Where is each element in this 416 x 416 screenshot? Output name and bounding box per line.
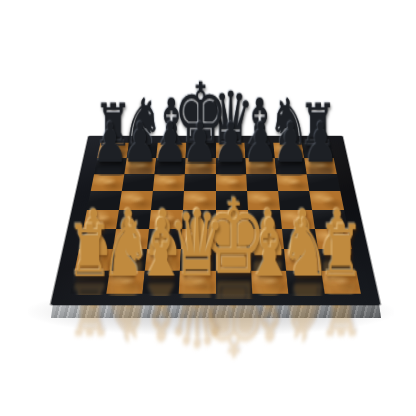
square-g1: ♞ [286, 271, 325, 294]
chess-set-photo: ♜♞♝♚♛♝♞♜♟♟♟♟♟♟♟♟♟♟♟♟♟♟♟♟♜♞♝♛♚♝♞♜ [0, 0, 416, 416]
square-b6 [122, 174, 155, 191]
square-c6 [153, 174, 185, 191]
square-e7: ♟ [216, 158, 246, 174]
square-d1: ♛ [179, 271, 215, 294]
piece-gold-knight: ♞ [280, 213, 331, 285]
square-a6 [91, 174, 125, 191]
chess-board: ♜♞♝♚♛♝♞♜♟♟♟♟♟♟♟♟♟♟♟♟♟♟♟♟♜♞♝♛♚♝♞♜ [51, 136, 381, 305]
square-h7: ♟ [304, 158, 337, 174]
board-squares: ♜♞♝♚♛♝♞♜♟♟♟♟♟♟♟♟♟♟♟♟♟♟♟♟♜♞♝♛♚♝♞♜ [70, 143, 361, 294]
square-c7: ♟ [155, 158, 186, 174]
square-g7: ♟ [275, 158, 307, 174]
square-h6 [307, 174, 341, 191]
square-g6 [276, 174, 309, 191]
piece-black-pawn: ♟ [303, 119, 338, 168]
board-scene: ♜♞♝♚♛♝♞♜♟♟♟♟♟♟♟♟♟♟♟♟♟♟♟♟♜♞♝♛♚♝♞♜ [72, 66, 359, 353]
square-f7: ♟ [245, 158, 276, 174]
square-d7: ♟ [185, 158, 215, 174]
piece-gold-queen: ♛ [168, 203, 226, 285]
